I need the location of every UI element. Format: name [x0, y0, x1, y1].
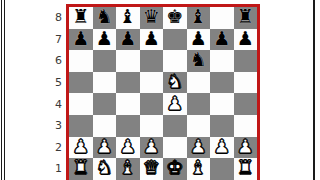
- square-c4[interactable]: [116, 93, 140, 115]
- square-e1[interactable]: ♚: [163, 158, 187, 180]
- black-rook-a8: ♜: [72, 7, 89, 26]
- white-pawn-c2: ♟: [119, 137, 136, 156]
- chess-board: ♜♞♝♛♚♝♜♟♟♟♟♟♟♟♞♞♟♟♟♟♟♟♟♟♜♞♝♛♚♝♜: [66, 4, 260, 180]
- black-rook-h8: ♜: [237, 7, 254, 26]
- square-e6[interactable]: [163, 50, 187, 72]
- rank-labels-column: 87654321: [40, 0, 62, 180]
- black-pawn-d7: ♟: [143, 29, 160, 48]
- white-rook-a1: ♜: [72, 158, 89, 177]
- square-f7[interactable]: ♟: [187, 29, 211, 51]
- square-f4[interactable]: [187, 93, 211, 115]
- white-pawn-g2: ♟: [213, 137, 230, 156]
- black-knight-b8: ♞: [96, 7, 113, 26]
- square-b8[interactable]: ♞: [93, 7, 117, 29]
- square-b3[interactable]: [93, 115, 117, 137]
- black-pawn-g7: ♟: [213, 29, 230, 48]
- window-frame-line-left-inner: [4, 0, 5, 180]
- square-h5[interactable]: [234, 72, 258, 94]
- window-frame-line-right: [313, 0, 315, 180]
- square-c7[interactable]: ♟: [116, 29, 140, 51]
- square-h2[interactable]: ♟: [234, 137, 258, 159]
- white-rook-h1: ♜: [237, 158, 254, 177]
- white-pawn-e4: ♟: [166, 94, 183, 113]
- square-g4[interactable]: [210, 93, 234, 115]
- square-b6[interactable]: [93, 50, 117, 72]
- window-frame-line-left-outer: [1, 0, 2, 180]
- square-g5[interactable]: [210, 72, 234, 94]
- white-bishop-c1: ♝: [119, 158, 136, 177]
- square-e4[interactable]: ♟: [163, 93, 187, 115]
- rank-label-3: 3: [40, 115, 62, 137]
- square-b4[interactable]: [93, 93, 117, 115]
- rank-label-4: 4: [40, 93, 62, 115]
- square-a1[interactable]: ♜: [69, 158, 93, 180]
- square-f5[interactable]: [187, 72, 211, 94]
- square-e3[interactable]: [163, 115, 187, 137]
- rank-label-6: 6: [40, 50, 62, 72]
- rank-label-2: 2: [40, 137, 62, 159]
- square-c6[interactable]: [116, 50, 140, 72]
- square-a7[interactable]: ♟: [69, 29, 93, 51]
- white-pawn-b2: ♟: [96, 137, 113, 156]
- square-e7[interactable]: [163, 29, 187, 51]
- black-pawn-h7: ♟: [237, 29, 254, 48]
- black-pawn-a7: ♟: [72, 29, 89, 48]
- square-h1[interactable]: ♜: [234, 158, 258, 180]
- white-knight-b1: ♞: [96, 158, 113, 177]
- white-bishop-f1: ♝: [190, 158, 207, 177]
- white-pawn-a2: ♟: [72, 137, 89, 156]
- black-pawn-b7: ♟: [96, 29, 113, 48]
- square-d1[interactable]: ♛: [140, 158, 164, 180]
- black-pawn-c7: ♟: [119, 29, 136, 48]
- square-g3[interactable]: [210, 115, 234, 137]
- rank-label-8: 8: [40, 7, 62, 29]
- black-bishop-f8: ♝: [190, 7, 207, 26]
- square-d7[interactable]: ♟: [140, 29, 164, 51]
- square-e2[interactable]: [163, 137, 187, 159]
- square-h3[interactable]: [234, 115, 258, 137]
- square-f2[interactable]: ♟: [187, 137, 211, 159]
- square-c3[interactable]: [116, 115, 140, 137]
- square-d6[interactable]: [140, 50, 164, 72]
- white-king-e1: ♚: [166, 158, 183, 177]
- square-g8[interactable]: [210, 7, 234, 29]
- black-queen-d8: ♛: [143, 7, 160, 26]
- square-g6[interactable]: [210, 50, 234, 72]
- square-h7[interactable]: ♟: [234, 29, 258, 51]
- square-d3[interactable]: [140, 115, 164, 137]
- black-bishop-c8: ♝: [119, 7, 136, 26]
- square-g1[interactable]: [210, 158, 234, 180]
- square-c1[interactable]: ♝: [116, 158, 140, 180]
- chess-diagram-screenshot: { "game": "chess", "description": "Chess…: [0, 0, 320, 180]
- square-d5[interactable]: [140, 72, 164, 94]
- square-a4[interactable]: [69, 93, 93, 115]
- black-king-e8: ♚: [166, 7, 183, 26]
- square-f6[interactable]: ♞: [187, 50, 211, 72]
- rank-label-1: 1: [40, 158, 62, 180]
- square-h4[interactable]: [234, 93, 258, 115]
- square-b5[interactable]: [93, 72, 117, 94]
- square-e5[interactable]: ♞: [163, 72, 187, 94]
- square-a5[interactable]: [69, 72, 93, 94]
- white-pawn-f2: ♟: [190, 137, 207, 156]
- black-pawn-f7: ♟: [190, 29, 207, 48]
- rank-label-7: 7: [40, 29, 62, 51]
- square-a3[interactable]: [69, 115, 93, 137]
- square-b2[interactable]: ♟: [93, 137, 117, 159]
- square-c5[interactable]: [116, 72, 140, 94]
- white-queen-d1: ♛: [143, 158, 160, 177]
- square-c2[interactable]: ♟: [116, 137, 140, 159]
- square-g2[interactable]: ♟: [210, 137, 234, 159]
- square-b1[interactable]: ♞: [93, 158, 117, 180]
- square-e8[interactable]: ♚: [163, 7, 187, 29]
- square-f1[interactable]: ♝: [187, 158, 211, 180]
- white-knight-e5: ♞: [166, 72, 183, 91]
- square-c8[interactable]: ♝: [116, 7, 140, 29]
- square-d2[interactable]: ♟: [140, 137, 164, 159]
- white-pawn-h2: ♟: [237, 137, 254, 156]
- square-d4[interactable]: [140, 93, 164, 115]
- square-g7[interactable]: ♟: [210, 29, 234, 51]
- square-f3[interactable]: [187, 115, 211, 137]
- square-h6[interactable]: [234, 50, 258, 72]
- square-h8[interactable]: ♜: [234, 7, 258, 29]
- square-d8[interactable]: ♛: [140, 7, 164, 29]
- square-a6[interactable]: [69, 50, 93, 72]
- white-pawn-d2: ♟: [143, 137, 160, 156]
- square-f8[interactable]: ♝: [187, 7, 211, 29]
- square-a8[interactable]: ♜: [69, 7, 93, 29]
- square-a2[interactable]: ♟: [69, 137, 93, 159]
- black-knight-f6: ♞: [190, 50, 207, 69]
- rank-label-5: 5: [40, 72, 62, 94]
- square-b7[interactable]: ♟: [93, 29, 117, 51]
